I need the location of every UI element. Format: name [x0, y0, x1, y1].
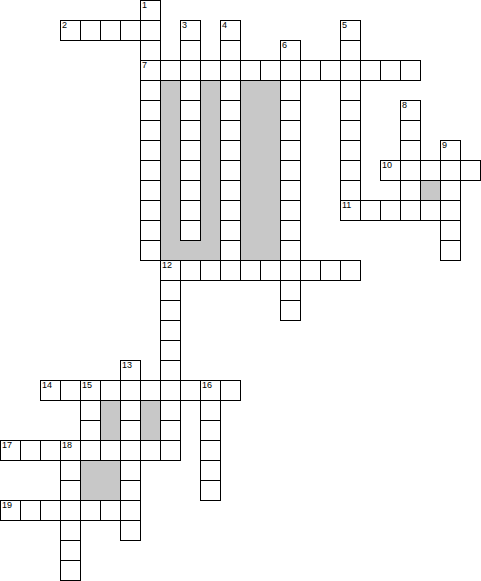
grid-cell[interactable]: 17 — [0, 440, 21, 461]
grid-cell[interactable] — [140, 140, 161, 161]
grid-cell[interactable] — [20, 440, 41, 461]
grid-cell[interactable] — [140, 200, 161, 221]
grid-cell[interactable] — [280, 80, 301, 101]
grid-cell[interactable] — [60, 460, 81, 481]
grid-cell[interactable] — [280, 120, 301, 141]
block-cell — [200, 240, 220, 260]
clue-number: 8 — [402, 101, 407, 110]
grid-cell[interactable] — [180, 160, 201, 181]
grid-cell[interactable] — [320, 60, 341, 81]
grid-cell[interactable] — [260, 260, 281, 281]
grid-cell[interactable] — [200, 480, 221, 501]
block-cell — [160, 80, 180, 100]
grid-cell[interactable] — [200, 460, 221, 481]
grid-cell[interactable] — [100, 380, 121, 401]
grid-cell[interactable] — [20, 500, 41, 521]
grid-cell[interactable] — [140, 220, 161, 241]
grid-cell[interactable] — [280, 260, 301, 281]
block-cell — [160, 120, 180, 140]
grid-cell[interactable] — [280, 100, 301, 121]
clue-number: 18 — [62, 441, 72, 450]
grid-cell[interactable] — [40, 500, 61, 521]
grid-cell[interactable] — [340, 260, 361, 281]
grid-cell[interactable] — [160, 420, 181, 441]
grid-cell[interactable] — [100, 20, 121, 41]
grid-cell[interactable]: 7 — [140, 60, 161, 81]
block-cell — [200, 180, 220, 200]
grid-cell[interactable] — [160, 320, 181, 341]
block-cell — [200, 220, 220, 240]
grid-cell[interactable] — [100, 440, 121, 461]
block-cell — [260, 100, 280, 120]
grid-cell[interactable] — [140, 380, 161, 401]
grid-cell[interactable] — [100, 500, 121, 521]
grid-cell[interactable] — [140, 120, 161, 141]
grid-cell[interactable] — [120, 380, 141, 401]
block-cell — [140, 420, 160, 440]
grid-cell[interactable] — [220, 40, 241, 61]
clue-number: 2 — [62, 21, 67, 30]
grid-cell[interactable] — [260, 60, 281, 81]
grid-cell[interactable]: 15 — [80, 380, 101, 401]
grid-cell[interactable]: 2 — [60, 20, 81, 41]
clue-number: 9 — [442, 141, 447, 150]
grid-cell[interactable]: 13 — [120, 360, 141, 381]
block-cell — [240, 220, 260, 240]
clue-number: 6 — [282, 41, 287, 50]
grid-cell[interactable]: 10 — [380, 160, 401, 181]
grid-cell[interactable] — [120, 480, 141, 501]
grid-cell[interactable] — [60, 560, 81, 581]
block-cell — [200, 120, 220, 140]
clue-number: 15 — [82, 381, 92, 390]
grid-cell[interactable] — [60, 380, 81, 401]
clue-number: 5 — [342, 21, 347, 30]
grid-cell[interactable] — [160, 440, 181, 461]
grid-cell[interactable] — [460, 160, 481, 181]
grid-cell[interactable] — [120, 520, 141, 541]
grid-cell[interactable] — [340, 80, 361, 101]
block-cell — [260, 180, 280, 200]
grid-cell[interactable] — [220, 60, 241, 81]
grid-cell[interactable] — [200, 60, 221, 81]
grid-cell[interactable] — [180, 100, 201, 121]
block-cell — [240, 140, 260, 160]
block-cell — [160, 100, 180, 120]
grid-cell[interactable] — [80, 500, 101, 521]
block-cell — [200, 140, 220, 160]
grid-cell[interactable] — [140, 100, 161, 121]
grid-cell[interactable]: 16 — [200, 380, 221, 401]
block-cell — [260, 80, 280, 100]
block-cell — [160, 200, 180, 220]
crossword-grid: 12345678910111213141516171819 — [0, 0, 481, 581]
grid-cell[interactable] — [220, 140, 241, 161]
grid-cell[interactable] — [420, 200, 441, 221]
grid-cell[interactable] — [140, 440, 161, 461]
grid-cell[interactable] — [180, 120, 201, 141]
grid-cell[interactable] — [440, 160, 461, 181]
grid-cell[interactable]: 11 — [340, 200, 361, 221]
clue-number: 12 — [162, 261, 172, 270]
grid-cell[interactable] — [160, 340, 181, 361]
block-cell — [180, 240, 200, 260]
block-cell — [260, 220, 280, 240]
grid-cell[interactable] — [180, 220, 201, 241]
grid-cell[interactable] — [440, 200, 461, 221]
grid-cell[interactable] — [280, 140, 301, 161]
block-cell — [240, 120, 260, 140]
grid-cell[interactable] — [340, 60, 361, 81]
grid-cell[interactable] — [200, 400, 221, 421]
grid-cell[interactable] — [140, 160, 161, 181]
grid-cell[interactable] — [60, 500, 81, 521]
grid-cell[interactable] — [140, 40, 161, 61]
block-cell — [200, 100, 220, 120]
grid-cell[interactable]: 12 — [160, 260, 181, 281]
grid-cell[interactable] — [280, 280, 301, 301]
grid-cell[interactable] — [120, 420, 141, 441]
grid-cell[interactable] — [220, 120, 241, 141]
grid-cell[interactable] — [400, 120, 421, 141]
grid-cell[interactable] — [400, 60, 421, 81]
grid-cell[interactable] — [220, 180, 241, 201]
grid-cell[interactable] — [180, 80, 201, 101]
grid-cell[interactable] — [280, 180, 301, 201]
grid-cell[interactable] — [220, 160, 241, 181]
block-cell — [240, 80, 260, 100]
block-cell — [160, 180, 180, 200]
grid-cell[interactable] — [160, 400, 181, 421]
grid-cell[interactable] — [140, 180, 161, 201]
grid-cell[interactable] — [180, 180, 201, 201]
grid-cell[interactable] — [340, 160, 361, 181]
grid-cell[interactable]: 1 — [140, 0, 161, 21]
block-cell — [240, 100, 260, 120]
block-cell — [240, 200, 260, 220]
grid-cell[interactable] — [400, 160, 421, 181]
block-cell — [200, 200, 220, 220]
grid-cell[interactable]: 6 — [280, 40, 301, 61]
crossword-page: 12345678910111213141516171819 — [0, 0, 481, 581]
clue-number: 13 — [122, 361, 132, 370]
grid-cell[interactable] — [360, 200, 381, 221]
grid-cell[interactable] — [400, 200, 421, 221]
block-cell — [260, 160, 280, 180]
block-cell — [160, 140, 180, 160]
grid-cell[interactable] — [180, 140, 201, 161]
grid-cell[interactable] — [60, 520, 81, 541]
grid-cell[interactable] — [380, 60, 401, 81]
grid-cell[interactable] — [360, 60, 381, 81]
grid-cell[interactable] — [80, 20, 101, 41]
grid-cell[interactable] — [280, 220, 301, 241]
grid-cell[interactable]: 9 — [440, 140, 461, 161]
grid-cell[interactable] — [180, 200, 201, 221]
block-cell — [160, 240, 180, 260]
clue-number: 17 — [2, 441, 12, 450]
grid-cell[interactable] — [300, 260, 321, 281]
grid-cell[interactable] — [220, 200, 241, 221]
grid-cell[interactable] — [60, 540, 81, 561]
grid-cell[interactable] — [440, 220, 461, 241]
grid-cell[interactable] — [140, 80, 161, 101]
grid-cell[interactable] — [220, 380, 241, 401]
grid-cell[interactable] — [140, 20, 161, 41]
grid-cell[interactable] — [120, 500, 141, 521]
block-cell — [260, 240, 280, 260]
grid-cell[interactable] — [140, 240, 161, 261]
grid-cell[interactable] — [160, 380, 181, 401]
block-cell — [80, 480, 100, 500]
grid-cell[interactable] — [220, 80, 241, 101]
grid-cell[interactable] — [340, 40, 361, 61]
block-cell — [80, 460, 100, 480]
grid-cell[interactable] — [40, 440, 61, 461]
grid-cell[interactable]: 5 — [340, 20, 361, 41]
grid-cell[interactable] — [280, 300, 301, 321]
grid-cell[interactable]: 3 — [180, 20, 201, 41]
block-cell — [200, 80, 220, 100]
grid-cell[interactable]: 18 — [60, 440, 81, 461]
grid-cell[interactable] — [80, 440, 101, 461]
block-cell — [100, 400, 120, 420]
grid-cell[interactable] — [160, 360, 181, 381]
grid-cell[interactable]: 8 — [400, 100, 421, 121]
block-cell — [100, 480, 120, 500]
block-cell — [260, 120, 280, 140]
block-cell — [240, 180, 260, 200]
block-cell — [240, 160, 260, 180]
grid-cell[interactable] — [340, 100, 361, 121]
grid-cell[interactable] — [80, 400, 101, 421]
grid-cell[interactable] — [200, 420, 221, 441]
grid-cell[interactable] — [60, 480, 81, 501]
block-cell — [260, 140, 280, 160]
clue-number: 11 — [342, 201, 351, 210]
grid-cell[interactable] — [80, 420, 101, 441]
block-cell — [420, 180, 440, 200]
grid-cell[interactable] — [240, 60, 261, 81]
clue-number: 19 — [2, 501, 12, 510]
grid-cell[interactable] — [280, 240, 301, 261]
grid-cell[interactable] — [280, 200, 301, 221]
grid-cell[interactable] — [220, 240, 241, 261]
grid-cell[interactable] — [440, 180, 461, 201]
grid-cell[interactable] — [440, 240, 461, 261]
grid-cell[interactable] — [220, 100, 241, 121]
grid-cell[interactable] — [180, 380, 201, 401]
grid-cell[interactable] — [160, 300, 181, 321]
grid-cell[interactable] — [340, 140, 361, 161]
grid-cell[interactable]: 19 — [0, 500, 21, 521]
grid-cell[interactable] — [220, 220, 241, 241]
grid-cell[interactable] — [400, 180, 421, 201]
grid-cell[interactable]: 4 — [220, 20, 241, 41]
grid-cell[interactable] — [120, 460, 141, 481]
grid-cell[interactable] — [220, 260, 241, 281]
grid-cell[interactable] — [120, 400, 141, 421]
grid-cell[interactable] — [400, 140, 421, 161]
block-cell — [160, 160, 180, 180]
grid-cell[interactable] — [180, 60, 201, 81]
block-cell — [100, 460, 120, 480]
grid-cell[interactable] — [200, 260, 221, 281]
grid-cell[interactable] — [160, 60, 181, 81]
grid-cell[interactable]: 14 — [40, 380, 61, 401]
grid-cell[interactable] — [120, 20, 141, 41]
grid-cell[interactable] — [160, 280, 181, 301]
block-cell — [160, 220, 180, 240]
grid-cell[interactable] — [200, 440, 221, 461]
clue-number: 16 — [202, 381, 212, 390]
grid-cell[interactable] — [280, 60, 301, 81]
clue-number: 1 — [142, 1, 147, 10]
grid-cell[interactable] — [320, 260, 341, 281]
grid-cell[interactable] — [120, 440, 141, 461]
grid-cell[interactable] — [180, 260, 201, 281]
clue-number: 7 — [142, 61, 147, 70]
block-cell — [260, 200, 280, 220]
grid-cell[interactable] — [340, 120, 361, 141]
grid-cell[interactable] — [280, 160, 301, 181]
grid-cell[interactable] — [240, 260, 261, 281]
grid-cell[interactable] — [340, 180, 361, 201]
grid-cell[interactable] — [180, 40, 201, 61]
grid-cell[interactable] — [300, 60, 321, 81]
clue-number: 3 — [182, 21, 187, 30]
grid-cell[interactable] — [380, 200, 401, 221]
clue-number: 10 — [382, 161, 392, 170]
clue-number: 14 — [42, 381, 52, 390]
block-cell — [140, 400, 160, 420]
block-cell — [200, 160, 220, 180]
clue-number: 4 — [222, 21, 227, 30]
block-cell — [100, 420, 120, 440]
grid-cell[interactable] — [420, 160, 441, 181]
block-cell — [240, 240, 260, 260]
